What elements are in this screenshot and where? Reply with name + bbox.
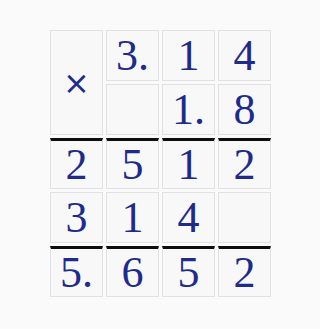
multiply-operator-cell: ×: [50, 30, 103, 135]
cell-r5c3: 5: [162, 246, 215, 297]
digit-r2c3: 1.: [172, 88, 205, 132]
multiply-sign: ×: [63, 67, 90, 99]
digit-r5c1: 5.: [60, 251, 93, 295]
cell-r3c4: 2: [218, 138, 271, 189]
cell-r4c1: 3: [50, 192, 103, 243]
digit-r1c4: 4: [234, 34, 256, 78]
digit-r3c1: 2: [66, 143, 88, 187]
cell-r2c2: [106, 84, 159, 135]
cell-r1c3: 1: [162, 30, 215, 81]
cell-r3c3: 1: [162, 138, 215, 189]
cell-r4c2: 1: [106, 192, 159, 243]
cell-r4c3: 4: [162, 192, 215, 243]
digit-r3c3: 1: [178, 143, 200, 187]
cell-r2c3: 1.: [162, 84, 215, 135]
digit-r5c3: 5: [178, 251, 200, 295]
digit-r3c2: 5: [122, 143, 144, 187]
digit-r4c2: 1: [122, 196, 144, 240]
cell-r5c1: 5.: [50, 246, 103, 297]
digit-r4c1: 3: [66, 196, 88, 240]
digit-r5c4: 2: [234, 251, 256, 295]
cell-r2c4: 8: [218, 84, 271, 135]
cell-r1c2: 3.: [106, 30, 159, 81]
cell-r3c1: 2: [50, 138, 103, 189]
digit-r4c3: 4: [178, 196, 200, 240]
cell-r5c4: 2: [218, 246, 271, 297]
digit-r5c2: 6: [122, 251, 144, 295]
cell-r3c2: 5: [106, 138, 159, 189]
cell-r5c2: 6: [106, 246, 159, 297]
multiplication-grid: ×3.141.825123145.652: [50, 30, 271, 297]
digit-r2c4: 8: [234, 88, 256, 132]
cell-r4c4: [218, 192, 271, 243]
digit-r1c2: 3.: [116, 34, 149, 78]
digit-r3c4: 2: [234, 143, 256, 187]
cell-r1c4: 4: [218, 30, 271, 81]
digit-r1c3: 1: [178, 34, 200, 78]
